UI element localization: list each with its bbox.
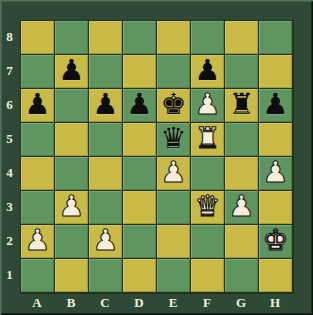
square-d5[interactable] [123, 123, 157, 157]
square-d3[interactable] [123, 191, 157, 225]
white-pawn-h4[interactable]: ♟ [263, 158, 289, 187]
square-g2[interactable] [225, 225, 259, 259]
square-a2[interactable]: ♟ [21, 225, 55, 259]
white-rook-f5[interactable]: ♜ [195, 124, 221, 153]
square-b2[interactable] [55, 225, 89, 259]
square-f6[interactable]: ♟ [191, 89, 225, 123]
square-g5[interactable] [225, 123, 259, 157]
file-label-b: B [54, 293, 88, 313]
square-h8[interactable] [259, 21, 293, 55]
square-f7[interactable]: ♟ [191, 55, 225, 89]
square-e8[interactable] [157, 21, 191, 55]
white-pawn-g3[interactable]: ♟ [229, 192, 255, 221]
square-h3[interactable] [259, 191, 293, 225]
square-e1[interactable] [157, 259, 191, 293]
square-a4[interactable] [21, 157, 55, 191]
file-label-e: E [156, 293, 190, 313]
chess-board: ♟♟♟♟♟♚♟♜♟♛♜♟♟♟♛♟♟♟♚ [20, 20, 294, 294]
white-pawn-b3[interactable]: ♟ [59, 192, 85, 221]
square-b6[interactable] [55, 89, 89, 123]
square-a1[interactable] [21, 259, 55, 293]
square-d2[interactable] [123, 225, 157, 259]
square-f8[interactable] [191, 21, 225, 55]
square-d1[interactable] [123, 259, 157, 293]
square-c6[interactable]: ♟ [89, 89, 123, 123]
square-h7[interactable] [259, 55, 293, 89]
white-queen-f3[interactable]: ♛ [195, 192, 221, 221]
square-b1[interactable] [55, 259, 89, 293]
rank-label-5: 5 [0, 122, 19, 156]
rank-label-6: 6 [0, 88, 19, 122]
file-label-d: D [122, 293, 156, 313]
white-pawn-e4[interactable]: ♟ [161, 158, 187, 187]
square-e2[interactable] [157, 225, 191, 259]
square-h1[interactable] [259, 259, 293, 293]
square-e7[interactable] [157, 55, 191, 89]
square-e6[interactable]: ♚ [157, 89, 191, 123]
square-h4[interactable]: ♟ [259, 157, 293, 191]
file-label-a: A [20, 293, 54, 313]
square-g7[interactable] [225, 55, 259, 89]
square-g3[interactable]: ♟ [225, 191, 259, 225]
square-f5[interactable]: ♜ [191, 123, 225, 157]
white-pawn-a2[interactable]: ♟ [25, 226, 51, 255]
square-a8[interactable] [21, 21, 55, 55]
square-g6[interactable]: ♜ [225, 89, 259, 123]
white-king-h2[interactable]: ♚ [263, 226, 289, 255]
square-e3[interactable] [157, 191, 191, 225]
square-a5[interactable] [21, 123, 55, 157]
square-h6[interactable]: ♟ [259, 89, 293, 123]
square-g8[interactable] [225, 21, 259, 55]
file-label-h: H [258, 293, 292, 313]
white-pawn-c2[interactable]: ♟ [93, 226, 119, 255]
white-pawn-f6[interactable]: ♟ [195, 90, 221, 119]
black-queen-e5[interactable]: ♛ [161, 124, 187, 153]
black-pawn-b7[interactable]: ♟ [59, 56, 85, 85]
rank-label-1: 1 [0, 258, 19, 292]
square-c3[interactable] [89, 191, 123, 225]
file-label-f: F [190, 293, 224, 313]
square-f4[interactable] [191, 157, 225, 191]
square-c2[interactable]: ♟ [89, 225, 123, 259]
square-d8[interactable] [123, 21, 157, 55]
square-g4[interactable] [225, 157, 259, 191]
square-b3[interactable]: ♟ [55, 191, 89, 225]
square-f3[interactable]: ♛ [191, 191, 225, 225]
square-b8[interactable] [55, 21, 89, 55]
square-d7[interactable] [123, 55, 157, 89]
file-label-g: G [224, 293, 258, 313]
rank-label-4: 4 [0, 156, 19, 190]
rank-label-8: 8 [0, 20, 19, 54]
rank-label-3: 3 [0, 190, 19, 224]
black-pawn-d6[interactable]: ♟ [127, 90, 153, 119]
square-a3[interactable] [21, 191, 55, 225]
square-c4[interactable] [89, 157, 123, 191]
square-f1[interactable] [191, 259, 225, 293]
square-f2[interactable] [191, 225, 225, 259]
black-pawn-h6[interactable]: ♟ [263, 90, 289, 119]
square-c7[interactable] [89, 55, 123, 89]
square-d6[interactable]: ♟ [123, 89, 157, 123]
square-d4[interactable] [123, 157, 157, 191]
square-b5[interactable] [55, 123, 89, 157]
square-e5[interactable]: ♛ [157, 123, 191, 157]
rank-label-2: 2 [0, 224, 19, 258]
square-a7[interactable] [21, 55, 55, 89]
square-b4[interactable] [55, 157, 89, 191]
black-pawn-f7[interactable]: ♟ [195, 56, 221, 85]
square-a6[interactable]: ♟ [21, 89, 55, 123]
square-b7[interactable]: ♟ [55, 55, 89, 89]
square-c1[interactable] [89, 259, 123, 293]
black-king-e6[interactable]: ♚ [161, 90, 187, 119]
square-h5[interactable] [259, 123, 293, 157]
square-c5[interactable] [89, 123, 123, 157]
black-pawn-a6[interactable]: ♟ [25, 90, 51, 119]
rank-label-7: 7 [0, 54, 19, 88]
black-rook-g6[interactable]: ♜ [229, 90, 255, 119]
black-pawn-c6[interactable]: ♟ [93, 90, 119, 119]
square-h2[interactable]: ♚ [259, 225, 293, 259]
square-g1[interactable] [225, 259, 259, 293]
square-e4[interactable]: ♟ [157, 157, 191, 191]
square-c8[interactable] [89, 21, 123, 55]
file-label-c: C [88, 293, 122, 313]
chessboard-window: ♟♟♟♟♟♚♟♜♟♛♜♟♟♟♛♟♟♟♚ 87654321 ABCDEFGH [0, 0, 313, 315]
